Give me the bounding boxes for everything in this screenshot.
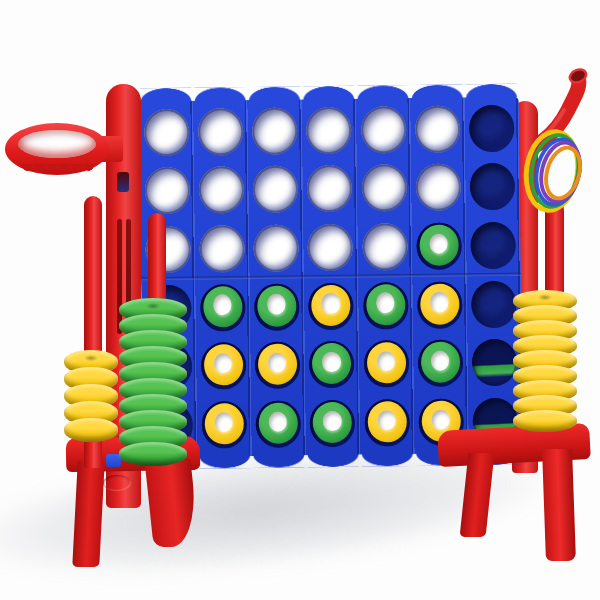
green-disc-face	[419, 225, 458, 266]
cell-r4c6	[412, 275, 467, 334]
cell-r5c6	[413, 334, 468, 393]
cell-r2c3	[248, 160, 303, 219]
green-disc-face	[259, 403, 298, 444]
cell-r4c5	[358, 276, 413, 335]
yellow-disc-face	[312, 285, 351, 326]
yellow-disc	[201, 401, 247, 449]
cell-r5c5	[359, 335, 414, 394]
cell-r3c3	[249, 219, 304, 278]
green-disc	[200, 284, 246, 332]
cell-r4c3	[250, 277, 305, 336]
cell-r2c4	[302, 159, 357, 218]
foot-right	[438, 419, 590, 545]
yellow-disc	[417, 281, 463, 329]
cell-r5c2	[196, 337, 251, 396]
yellow-disc	[364, 341, 410, 389]
yellow-disc-face	[420, 283, 459, 324]
yellow-disc-face	[204, 345, 243, 386]
cell-r2c5	[357, 159, 412, 218]
empty-hole	[144, 167, 190, 215]
cell-r1c5	[356, 100, 411, 159]
hoop-net-teeth	[21, 164, 95, 177]
cell-r4c2	[195, 278, 250, 337]
cell-r1c6	[410, 99, 465, 158]
yellow-toss-ring	[64, 418, 118, 442]
empty-hole	[362, 223, 408, 271]
green-disc-face	[203, 286, 242, 327]
yellow-disc-face	[367, 401, 406, 442]
cell-r5c3	[250, 336, 305, 395]
yellow-disc	[255, 342, 301, 390]
connect-four-board	[139, 97, 523, 458]
empty-hole	[469, 105, 515, 153]
empty-hole	[471, 281, 517, 329]
green-disc	[310, 400, 356, 448]
empty-hole	[144, 109, 190, 157]
cell-r1c2	[193, 102, 248, 161]
green-disc-face	[421, 342, 460, 383]
empty-hole	[199, 225, 245, 273]
empty-hole	[307, 165, 353, 213]
foot-left-rear-leg	[144, 459, 199, 547]
cell-r3c7	[466, 216, 521, 275]
cell-r1c4	[302, 101, 357, 160]
empty-hole	[198, 108, 244, 156]
yellow-disc-face	[367, 343, 406, 384]
cell-r5c4	[305, 335, 360, 394]
green-disc	[418, 340, 464, 388]
yellow-ring-stack-right	[513, 290, 577, 432]
green-disc	[254, 283, 300, 331]
cell-r1c7	[465, 99, 520, 158]
yellow-ring-stack-left	[64, 350, 118, 442]
green-ring-stack	[119, 298, 187, 466]
yellow-toss-ring	[513, 410, 577, 432]
yellow-disc-face	[258, 344, 297, 385]
green-disc	[363, 282, 409, 330]
green-disc	[416, 223, 462, 271]
empty-hole	[253, 166, 299, 214]
empty-hole	[199, 167, 245, 215]
cell-r3c2	[195, 219, 250, 278]
empty-hole	[471, 222, 517, 270]
empty-hole	[361, 165, 407, 213]
cell-r2c1	[140, 161, 195, 220]
green-disc	[256, 401, 302, 449]
cell-r2c6	[411, 158, 466, 217]
cell-r1c1	[139, 103, 194, 162]
green-disc-face	[366, 284, 405, 325]
cell-r3c5	[357, 217, 412, 276]
foot-right-rear-leg	[542, 449, 576, 561]
cell-r6c5	[360, 393, 415, 452]
empty-hole	[252, 107, 298, 155]
green-disc	[309, 341, 355, 389]
green-disc-face	[257, 285, 296, 326]
empty-hole	[361, 106, 407, 154]
yellow-disc	[201, 343, 247, 391]
board-cells	[139, 99, 523, 456]
cell-r2c2	[194, 161, 249, 220]
empty-hole	[470, 163, 516, 211]
empty-hole	[306, 107, 352, 155]
green-disc-edge	[472, 339, 518, 387]
empty-hole	[254, 225, 300, 273]
basketball-hoop	[5, 123, 109, 175]
green-toss-ring	[119, 442, 187, 466]
cell-r3c4	[303, 218, 358, 277]
empty-hole	[416, 164, 462, 212]
cell-r6c4	[305, 394, 360, 453]
green-disc-face	[313, 402, 352, 443]
cell-r3c6	[412, 217, 467, 276]
foot-left-front-leg	[72, 461, 105, 567]
empty-hole	[308, 224, 354, 272]
post-cutout-hole	[117, 172, 129, 192]
embossed-logo-badge	[103, 475, 131, 491]
yellow-disc	[364, 399, 410, 447]
cell-r2c7	[465, 157, 520, 216]
hanging-rings	[522, 127, 584, 213]
cell-r1c3	[247, 101, 302, 160]
empty-hole	[415, 105, 461, 153]
yellow-disc	[309, 283, 355, 331]
cell-r6c3	[251, 395, 306, 454]
product-photo-scene	[0, 0, 600, 600]
green-disc-face	[312, 343, 351, 384]
cell-r4c4	[304, 277, 359, 336]
yellow-disc-face	[204, 403, 243, 444]
